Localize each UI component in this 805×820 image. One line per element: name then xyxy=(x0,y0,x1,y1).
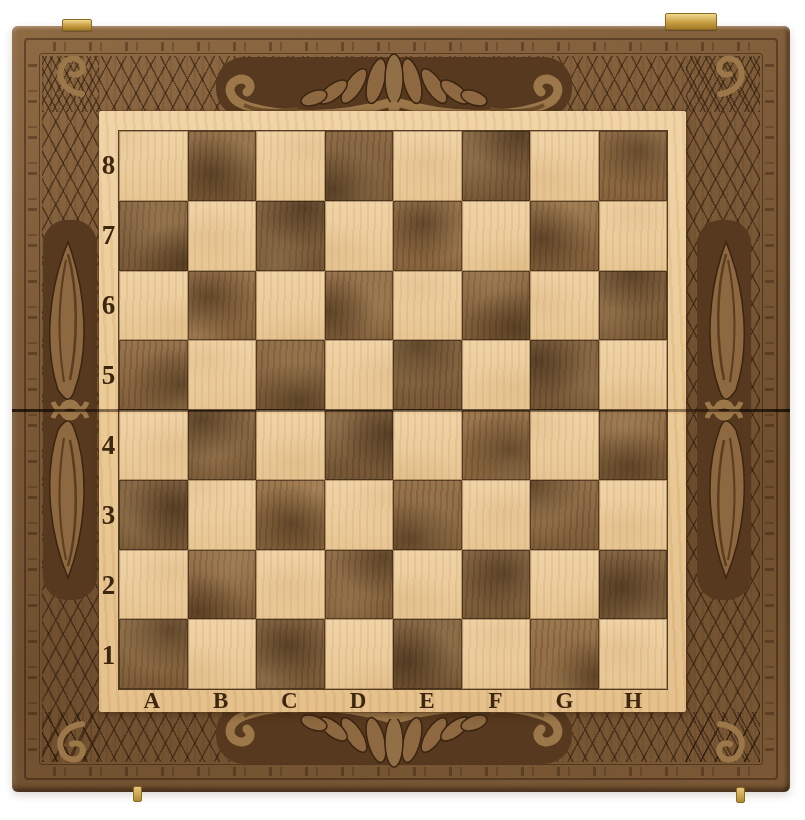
square-b6 xyxy=(188,271,257,341)
foot-left xyxy=(133,786,142,802)
square-g5 xyxy=(530,340,599,410)
square-f1 xyxy=(462,619,531,689)
square-c3 xyxy=(256,480,325,550)
square-b3 xyxy=(188,480,257,550)
square-c1 xyxy=(256,619,325,689)
file-label-A: A xyxy=(118,690,187,712)
square-c4 xyxy=(256,410,325,480)
square-a5 xyxy=(119,340,188,410)
square-h7 xyxy=(599,201,668,271)
square-d4 xyxy=(325,410,394,480)
square-d3 xyxy=(325,480,394,550)
file-label-G: G xyxy=(531,690,600,712)
square-c7 xyxy=(256,201,325,271)
square-g1 xyxy=(530,619,599,689)
square-a7 xyxy=(119,201,188,271)
square-g7 xyxy=(530,201,599,271)
file-label-B: B xyxy=(187,690,256,712)
square-h3 xyxy=(599,480,668,550)
rank-label-6: 6 xyxy=(99,270,118,340)
square-c6 xyxy=(256,271,325,341)
file-label-F: F xyxy=(462,690,531,712)
square-d7 xyxy=(325,201,394,271)
rank-label-7: 7 xyxy=(99,200,118,270)
rank-label-3: 3 xyxy=(99,480,118,550)
square-h4 xyxy=(599,410,668,480)
square-e7 xyxy=(393,201,462,271)
square-c2 xyxy=(256,550,325,620)
square-b4 xyxy=(188,410,257,480)
square-d1 xyxy=(325,619,394,689)
rank-label-8: 8 xyxy=(99,130,118,200)
square-f5 xyxy=(462,340,531,410)
hinge-left xyxy=(62,19,92,31)
fold-seam xyxy=(12,409,790,412)
square-g6 xyxy=(530,271,599,341)
square-e4 xyxy=(393,410,462,480)
square-h2 xyxy=(599,550,668,620)
square-f4 xyxy=(462,410,531,480)
square-e6 xyxy=(393,271,462,341)
square-b2 xyxy=(188,550,257,620)
square-f6 xyxy=(462,271,531,341)
square-e3 xyxy=(393,480,462,550)
square-b1 xyxy=(188,619,257,689)
lattice-carving-top xyxy=(42,56,760,112)
rank-label-4: 4 xyxy=(99,410,118,480)
square-b5 xyxy=(188,340,257,410)
square-a8 xyxy=(119,131,188,201)
square-d5 xyxy=(325,340,394,410)
square-c5 xyxy=(256,340,325,410)
product-photo: 87654321 ABCDEFGH xyxy=(0,0,805,820)
square-e1 xyxy=(393,619,462,689)
square-f7 xyxy=(462,201,531,271)
square-e5 xyxy=(393,340,462,410)
square-a3 xyxy=(119,480,188,550)
square-a2 xyxy=(119,550,188,620)
square-d6 xyxy=(325,271,394,341)
square-h1 xyxy=(599,619,668,689)
rank-label-5: 5 xyxy=(99,340,118,410)
lattice-carving-bottom xyxy=(42,712,760,762)
square-a6 xyxy=(119,271,188,341)
hinge-right xyxy=(665,13,717,30)
square-f2 xyxy=(462,550,531,620)
square-h8 xyxy=(599,131,668,201)
square-e2 xyxy=(393,550,462,620)
rank-label-2: 2 xyxy=(99,550,118,620)
square-d8 xyxy=(325,131,394,201)
square-h5 xyxy=(599,340,668,410)
rank-label-1: 1 xyxy=(99,620,118,690)
file-label-E: E xyxy=(393,690,462,712)
square-g2 xyxy=(530,550,599,620)
chess-board-case: 87654321 ABCDEFGH xyxy=(12,26,790,792)
square-b8 xyxy=(188,131,257,201)
file-label-D: D xyxy=(324,690,393,712)
file-label-H: H xyxy=(599,690,668,712)
rope-carving-bottom xyxy=(46,767,756,776)
square-d2 xyxy=(325,550,394,620)
square-g8 xyxy=(530,131,599,201)
square-a4 xyxy=(119,410,188,480)
square-c8 xyxy=(256,131,325,201)
square-e8 xyxy=(393,131,462,201)
square-b7 xyxy=(188,201,257,271)
foot-right xyxy=(736,787,745,803)
square-a1 xyxy=(119,619,188,689)
square-h6 xyxy=(599,271,668,341)
square-f8 xyxy=(462,131,531,201)
square-g4 xyxy=(530,410,599,480)
square-g3 xyxy=(530,480,599,550)
file-label-C: C xyxy=(256,690,325,712)
square-f3 xyxy=(462,480,531,550)
rope-carving-top xyxy=(46,42,756,51)
file-labels: ABCDEFGH xyxy=(118,690,668,712)
